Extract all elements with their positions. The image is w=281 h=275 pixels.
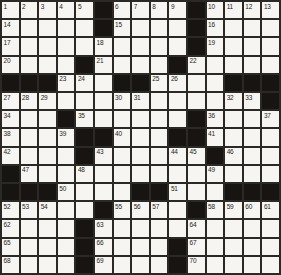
clue-number-32: 32 — [227, 94, 234, 101]
cell-r9c1[interactable]: 42 — [2, 148, 19, 164]
cell-r9c8[interactable] — [132, 148, 149, 164]
cell-r14c3[interactable] — [39, 239, 56, 255]
cell-r3c12[interactable]: 19 — [207, 38, 224, 54]
cell-r10c10[interactable] — [169, 166, 186, 182]
cell-r7c9[interactable] — [151, 111, 168, 127]
cell-r8c9[interactable] — [151, 129, 168, 145]
block-r11c8 — [132, 184, 149, 200]
cell-r10c14[interactable] — [244, 166, 261, 182]
block-r15c10 — [169, 257, 186, 273]
clue-number-24: 24 — [78, 75, 85, 82]
cell-r4c13[interactable] — [225, 57, 242, 73]
block-r8c10 — [169, 129, 186, 145]
clue-number-54: 54 — [41, 203, 48, 210]
clue-number-42: 42 — [4, 148, 11, 155]
cell-r14c11[interactable]: 67 — [188, 239, 205, 255]
cell-r10c6[interactable] — [95, 166, 112, 182]
clue-number-29: 29 — [41, 94, 48, 101]
clue-number-4: 4 — [59, 3, 62, 10]
cell-r5c5[interactable]: 24 — [76, 75, 93, 91]
block-r5c2 — [21, 75, 38, 91]
cell-r3c1[interactable]: 17 — [2, 38, 19, 54]
cell-r10c13[interactable] — [225, 166, 242, 182]
cell-r13c9[interactable] — [151, 220, 168, 236]
cell-r3c7[interactable] — [114, 38, 131, 54]
clue-number-10: 10 — [208, 3, 215, 10]
clue-number-51: 51 — [171, 185, 178, 192]
cell-r8c13[interactable] — [225, 129, 242, 145]
cell-r4c1[interactable]: 20 — [2, 57, 19, 73]
crossword-grid: 1234567891011121314151617181920212223242… — [0, 0, 281, 275]
clue-number-17: 17 — [4, 39, 11, 46]
block-r5c7 — [114, 75, 131, 91]
clue-number-33: 33 — [245, 94, 252, 101]
cell-r9c11[interactable]: 45 — [188, 148, 205, 164]
cell-r9c6[interactable]: 43 — [95, 148, 112, 164]
cell-r2c3[interactable] — [39, 20, 56, 36]
cell-r12c1[interactable]: 52 — [2, 202, 19, 218]
clue-number-20: 20 — [4, 57, 11, 64]
cell-r12c3[interactable]: 54 — [39, 202, 56, 218]
cell-r6c3[interactable]: 29 — [39, 93, 56, 109]
clue-number-9: 9 — [171, 3, 174, 10]
clue-number-21: 21 — [97, 57, 104, 64]
cell-r8c4[interactable]: 39 — [58, 129, 75, 145]
cell-r5c10[interactable]: 26 — [169, 75, 186, 91]
cell-r1c12[interactable]: 10 — [207, 2, 224, 18]
cell-r9c14[interactable] — [244, 148, 261, 164]
block-r12c11 — [188, 202, 205, 218]
clue-number-30: 30 — [115, 94, 122, 101]
cell-r3c9[interactable] — [151, 38, 168, 54]
cell-r6c11[interactable] — [188, 93, 205, 109]
cell-r10c2[interactable]: 47 — [21, 166, 38, 182]
clue-number-34: 34 — [4, 112, 11, 119]
cell-r2c7[interactable]: 15 — [114, 20, 131, 36]
cell-r15c6[interactable]: 69 — [95, 257, 112, 273]
block-r11c3 — [39, 184, 56, 200]
cell-r11c4[interactable]: 50 — [58, 184, 75, 200]
cell-r4c2[interactable] — [21, 57, 38, 73]
clue-number-15: 15 — [115, 21, 122, 28]
cell-r2c12[interactable]: 16 — [207, 20, 224, 36]
cell-r7c1[interactable]: 34 — [2, 111, 19, 127]
cell-r4c14[interactable] — [244, 57, 261, 73]
block-r1c6 — [95, 2, 112, 18]
cell-r4c7[interactable] — [114, 57, 131, 73]
clue-number-61: 61 — [264, 203, 271, 210]
clue-number-57: 57 — [152, 203, 159, 210]
cell-r11c10[interactable]: 51 — [169, 184, 186, 200]
cell-r3c13[interactable] — [225, 38, 242, 54]
cell-r3c3[interactable] — [39, 38, 56, 54]
cell-r7c2[interactable] — [21, 111, 38, 127]
clue-number-16: 16 — [208, 21, 215, 28]
cell-r14c15[interactable] — [262, 239, 279, 255]
cell-r14c14[interactable] — [244, 239, 261, 255]
cell-r15c11[interactable]: 70 — [188, 257, 205, 273]
cell-r8c14[interactable] — [244, 129, 261, 145]
clue-number-39: 39 — [59, 130, 66, 137]
cell-r14c9[interactable] — [151, 239, 168, 255]
cell-r6c2[interactable]: 28 — [21, 93, 38, 109]
cell-r1c9[interactable]: 8 — [151, 2, 168, 18]
clue-number-43: 43 — [97, 148, 104, 155]
clue-number-41: 41 — [208, 130, 215, 137]
clue-number-25: 25 — [152, 75, 159, 82]
cell-r11c5[interactable] — [76, 184, 93, 200]
cell-r6c7[interactable]: 30 — [114, 93, 131, 109]
block-r9c5 — [76, 148, 93, 164]
cell-r14c2[interactable] — [21, 239, 38, 255]
block-r5c13 — [225, 75, 242, 91]
cell-r7c15[interactable]: 37 — [262, 111, 279, 127]
cell-r10c7[interactable] — [114, 166, 131, 182]
cell-r13c2[interactable] — [21, 220, 38, 236]
cell-r4c6[interactable]: 21 — [95, 57, 112, 73]
cell-r11c7[interactable] — [114, 184, 131, 200]
cell-r9c10[interactable]: 44 — [169, 148, 186, 164]
cell-r1c5[interactable]: 5 — [76, 2, 93, 18]
clue-number-40: 40 — [115, 130, 122, 137]
block-r11c14 — [244, 184, 261, 200]
cell-r10c15[interactable] — [262, 166, 279, 182]
cell-r9c7[interactable] — [114, 148, 131, 164]
block-r5c15 — [262, 75, 279, 91]
clue-number-14: 14 — [4, 21, 11, 28]
clue-number-37: 37 — [264, 112, 271, 119]
cell-r9c15[interactable] — [262, 148, 279, 164]
cell-r12c7[interactable]: 55 — [114, 202, 131, 218]
cell-r6c9[interactable] — [151, 93, 168, 109]
cell-r7c3[interactable] — [39, 111, 56, 127]
cell-r6c4[interactable] — [58, 93, 75, 109]
clue-number-26: 26 — [171, 75, 178, 82]
cell-r10c3[interactable] — [39, 166, 56, 182]
cell-r8c3[interactable] — [39, 129, 56, 145]
cell-r7c8[interactable] — [132, 111, 149, 127]
clue-number-55: 55 — [115, 203, 122, 210]
cell-r2c8[interactable] — [132, 20, 149, 36]
cell-r11c12[interactable] — [207, 184, 224, 200]
clue-number-48: 48 — [78, 166, 85, 173]
clue-number-44: 44 — [171, 148, 178, 155]
cell-r2c1[interactable]: 14 — [2, 20, 19, 36]
cell-r15c7[interactable] — [114, 257, 131, 273]
clue-number-7: 7 — [134, 3, 137, 10]
clue-number-2: 2 — [22, 3, 25, 10]
clue-number-6: 6 — [115, 3, 118, 10]
cell-r9c13[interactable]: 46 — [225, 148, 242, 164]
block-r5c3 — [39, 75, 56, 91]
clue-number-70: 70 — [190, 257, 197, 264]
clue-number-23: 23 — [59, 75, 66, 82]
block-r6c15 — [262, 93, 279, 109]
block-r4c10 — [169, 57, 186, 73]
cell-r8c7[interactable]: 40 — [114, 129, 131, 145]
cell-r4c11[interactable]: 22 — [188, 57, 205, 73]
cell-r12c8[interactable]: 56 — [132, 202, 149, 218]
clue-number-13: 13 — [264, 3, 271, 10]
cell-r7c14[interactable] — [244, 111, 261, 127]
clue-number-60: 60 — [245, 203, 252, 210]
clue-number-62: 62 — [4, 221, 11, 228]
cell-r6c14[interactable]: 33 — [244, 93, 261, 109]
cell-r6c12[interactable] — [207, 93, 224, 109]
clue-number-11: 11 — [227, 3, 233, 10]
cell-r1c10[interactable]: 9 — [169, 2, 186, 18]
cell-r9c4[interactable] — [58, 148, 75, 164]
cell-r1c8[interactable]: 7 — [132, 2, 149, 18]
cell-r15c8[interactable] — [132, 257, 149, 273]
block-r8c6 — [95, 129, 112, 145]
cell-r12c12[interactable]: 58 — [207, 202, 224, 218]
block-r14c5 — [76, 239, 93, 255]
block-r8c5 — [76, 129, 93, 145]
block-r11c15 — [262, 184, 279, 200]
cell-r1c3[interactable]: 3 — [39, 2, 56, 18]
cell-r13c15[interactable] — [262, 220, 279, 236]
block-r12c6 — [95, 202, 112, 218]
cell-r7c13[interactable] — [225, 111, 242, 127]
block-r10c1 — [2, 166, 19, 182]
cell-r13c8[interactable] — [132, 220, 149, 236]
cell-r2c4[interactable] — [58, 20, 75, 36]
block-r4c5 — [76, 57, 93, 73]
clue-number-49: 49 — [208, 166, 215, 173]
clue-number-64: 64 — [190, 221, 197, 228]
clue-number-27: 27 — [4, 94, 11, 101]
cell-r5c12[interactable] — [207, 75, 224, 91]
block-r8c11 — [188, 129, 205, 145]
cell-r3c5[interactable] — [76, 38, 93, 54]
cell-r10c9[interactable] — [151, 166, 168, 182]
clue-number-22: 22 — [190, 57, 197, 64]
cell-r6c6[interactable] — [95, 93, 112, 109]
block-r7c4 — [58, 111, 75, 127]
cell-r13c4[interactable] — [58, 220, 75, 236]
cell-r15c1[interactable]: 68 — [2, 257, 19, 273]
block-r11c9 — [151, 184, 168, 200]
block-r2c6 — [95, 20, 112, 36]
cell-r7c6[interactable] — [95, 111, 112, 127]
clue-number-19: 19 — [208, 39, 215, 46]
block-r5c1 — [2, 75, 19, 91]
cell-r10c11[interactable] — [188, 166, 205, 182]
cell-r8c12[interactable]: 41 — [207, 129, 224, 145]
clue-number-47: 47 — [22, 166, 29, 173]
cell-r6c5[interactable] — [76, 93, 93, 109]
block-r15c5 — [76, 257, 93, 273]
cell-r5c6[interactable] — [95, 75, 112, 91]
cell-r1c7[interactable]: 6 — [114, 2, 131, 18]
cell-r1c14[interactable]: 12 — [244, 2, 261, 18]
cell-r15c14[interactable] — [244, 257, 261, 273]
cell-r7c7[interactable] — [114, 111, 131, 127]
cell-r9c3[interactable] — [39, 148, 56, 164]
clue-number-36: 36 — [208, 112, 215, 119]
clue-number-1: 1 — [4, 3, 7, 10]
clue-number-46: 46 — [227, 148, 234, 155]
cell-r11c6[interactable] — [95, 184, 112, 200]
block-r5c14 — [244, 75, 261, 91]
block-r13c5 — [76, 220, 93, 236]
cell-r13c13[interactable] — [225, 220, 242, 236]
cell-r12c15[interactable]: 61 — [262, 202, 279, 218]
block-r11c2 — [21, 184, 38, 200]
cell-r13c7[interactable] — [114, 220, 131, 236]
clue-number-38: 38 — [4, 130, 11, 137]
cell-r15c4[interactable] — [58, 257, 75, 273]
clue-number-59: 59 — [227, 203, 234, 210]
cell-r4c12[interactable] — [207, 57, 224, 73]
cell-r14c1[interactable]: 65 — [2, 239, 19, 255]
cell-r8c2[interactable] — [21, 129, 38, 145]
cell-r8c15[interactable] — [262, 129, 279, 145]
cell-r6c8[interactable]: 31 — [132, 93, 149, 109]
cell-r8c8[interactable] — [132, 129, 149, 145]
block-r14c10 — [169, 239, 186, 255]
cell-r15c13[interactable] — [225, 257, 242, 273]
block-r3c11 — [188, 38, 205, 54]
cell-r12c13[interactable]: 59 — [225, 202, 242, 218]
cell-r12c10[interactable] — [169, 202, 186, 218]
cell-r10c4[interactable] — [58, 166, 75, 182]
clue-number-12: 12 — [245, 3, 252, 10]
cell-r13c6[interactable]: 63 — [95, 220, 112, 236]
cell-r14c8[interactable] — [132, 239, 149, 255]
cell-r14c13[interactable] — [225, 239, 242, 255]
cell-r7c10[interactable] — [169, 111, 186, 127]
cell-r5c4[interactable]: 23 — [58, 75, 75, 91]
clue-number-67: 67 — [190, 239, 197, 246]
cell-r7c12[interactable]: 36 — [207, 111, 224, 127]
cell-r14c7[interactable] — [114, 239, 131, 255]
cell-r2c2[interactable] — [21, 20, 38, 36]
cell-r12c2[interactable]: 53 — [21, 202, 38, 218]
clue-number-65: 65 — [4, 239, 11, 246]
cell-r15c15[interactable] — [262, 257, 279, 273]
cell-r2c15[interactable] — [262, 20, 279, 36]
cell-r2c10[interactable] — [169, 20, 186, 36]
cell-r9c2[interactable] — [21, 148, 38, 164]
cell-r1c2[interactable]: 2 — [21, 2, 38, 18]
cell-r5c9[interactable]: 25 — [151, 75, 168, 91]
cell-r4c4[interactable] — [58, 57, 75, 73]
cell-r12c9[interactable]: 57 — [151, 202, 168, 218]
block-r11c13 — [225, 184, 242, 200]
cell-r10c12[interactable]: 49 — [207, 166, 224, 182]
cell-r8c1[interactable]: 38 — [2, 129, 19, 145]
cell-r1c4[interactable]: 4 — [58, 2, 75, 18]
block-r7c11 — [188, 111, 205, 127]
block-r2c11 — [188, 20, 205, 36]
clue-number-45: 45 — [190, 148, 197, 155]
clue-number-63: 63 — [97, 221, 104, 228]
clue-number-66: 66 — [97, 239, 104, 246]
cell-r4c9[interactable] — [151, 57, 168, 73]
cell-r9c9[interactable] — [151, 148, 168, 164]
cell-r15c3[interactable] — [39, 257, 56, 273]
clue-number-50: 50 — [59, 185, 66, 192]
cell-r12c4[interactable] — [58, 202, 75, 218]
cell-r2c14[interactable] — [244, 20, 261, 36]
cell-r4c3[interactable] — [39, 57, 56, 73]
cell-r13c11[interactable]: 64 — [188, 220, 205, 236]
cell-r12c5[interactable] — [76, 202, 93, 218]
cell-r13c12[interactable] — [207, 220, 224, 236]
cell-r3c15[interactable] — [262, 38, 279, 54]
cell-r2c9[interactable] — [151, 20, 168, 36]
cell-r5c11[interactable] — [188, 75, 205, 91]
cell-r13c3[interactable] — [39, 220, 56, 236]
cell-r13c14[interactable] — [244, 220, 261, 236]
clue-number-53: 53 — [22, 203, 29, 210]
cell-r3c4[interactable] — [58, 38, 75, 54]
cell-r6c13[interactable]: 32 — [225, 93, 242, 109]
cell-r2c13[interactable] — [225, 20, 242, 36]
cell-r15c9[interactable] — [151, 257, 168, 273]
cell-r6c10[interactable] — [169, 93, 186, 109]
block-r5c8 — [132, 75, 149, 91]
block-r9c12 — [207, 148, 224, 164]
cell-r10c5[interactable]: 48 — [76, 166, 93, 182]
cell-r4c8[interactable] — [132, 57, 149, 73]
clue-number-35: 35 — [78, 112, 85, 119]
cell-r6c1[interactable]: 27 — [2, 93, 19, 109]
cell-r14c12[interactable] — [207, 239, 224, 255]
cell-r10c8[interactable] — [132, 166, 149, 182]
clue-number-58: 58 — [208, 203, 215, 210]
cell-r1c1[interactable]: 1 — [2, 2, 19, 18]
cell-r14c4[interactable] — [58, 239, 75, 255]
cell-r13c10[interactable] — [169, 220, 186, 236]
cell-r3c6[interactable]: 18 — [95, 38, 112, 54]
cell-r11c11[interactable] — [188, 184, 205, 200]
cell-r4c15[interactable] — [262, 57, 279, 73]
cell-r3c8[interactable] — [132, 38, 149, 54]
clue-number-18: 18 — [97, 39, 104, 46]
cell-r1c13[interactable]: 11 — [225, 2, 242, 18]
cell-r15c2[interactable] — [21, 257, 38, 273]
cell-r15c12[interactable] — [207, 257, 224, 273]
cell-r14c6[interactable]: 66 — [95, 239, 112, 255]
cell-r3c14[interactable] — [244, 38, 261, 54]
clue-number-8: 8 — [152, 3, 155, 10]
clue-number-28: 28 — [22, 94, 29, 101]
block-r1c11 — [188, 2, 205, 18]
cell-r13c1[interactable]: 62 — [2, 220, 19, 236]
clue-number-3: 3 — [41, 3, 44, 10]
cell-r3c10[interactable] — [169, 38, 186, 54]
clue-number-56: 56 — [134, 203, 141, 210]
clue-number-5: 5 — [78, 3, 81, 10]
cell-r2c5[interactable] — [76, 20, 93, 36]
cell-r7c5[interactable]: 35 — [76, 111, 93, 127]
clue-number-68: 68 — [4, 257, 11, 264]
clue-number-69: 69 — [97, 257, 104, 264]
cell-r12c14[interactable]: 60 — [244, 202, 261, 218]
cell-r1c15[interactable]: 13 — [262, 2, 279, 18]
clue-number-52: 52 — [4, 203, 11, 210]
clue-number-31: 31 — [134, 94, 141, 101]
cell-r3c2[interactable] — [21, 38, 38, 54]
block-r11c1 — [2, 184, 19, 200]
